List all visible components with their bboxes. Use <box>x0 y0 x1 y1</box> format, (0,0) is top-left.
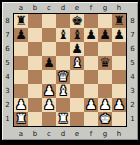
square-h7[interactable]: ♟ <box>112 28 126 42</box>
square-h6[interactable] <box>112 42 126 56</box>
piece-black-pawn[interactable]: ♟ <box>71 42 83 56</box>
square-f1[interactable] <box>84 112 98 126</box>
rank-label-3: 3 <box>130 87 134 95</box>
rank-label-4: 4 <box>130 73 134 81</box>
piece-black-queen[interactable]: ♛ <box>99 56 111 70</box>
file-label-h: h <box>112 130 126 138</box>
square-h5[interactable] <box>112 56 126 70</box>
square-c5[interactable]: ♟ <box>42 56 56 70</box>
square-e3[interactable] <box>70 84 84 98</box>
piece-white-bishop[interactable]: ♝ <box>71 56 83 70</box>
square-d3[interactable]: ♝ <box>56 84 70 98</box>
square-a3[interactable] <box>14 84 28 98</box>
square-b6[interactable] <box>28 42 42 56</box>
square-c8[interactable] <box>42 14 56 28</box>
file-labels-bottom: abcdefgh <box>14 127 126 140</box>
board-frame: abcdefgh 87654321 ♜♚♜♟♝♝♟♟♟♟♟♝♛♛♟♝♟♟♟♟♟♜… <box>2 2 138 140</box>
rank-label-1: 1 <box>5 115 9 123</box>
piece-black-pawn[interactable]: ♟ <box>43 56 55 70</box>
square-a7[interactable]: ♟ <box>14 28 28 42</box>
piece-white-king[interactable]: ♚ <box>99 112 111 126</box>
square-h3[interactable] <box>112 84 126 98</box>
rank-label-1: 1 <box>130 115 134 123</box>
rank-label-2: 2 <box>130 101 134 109</box>
square-g6[interactable] <box>98 42 112 56</box>
square-d5[interactable] <box>56 56 70 70</box>
file-label-h: h <box>112 4 126 12</box>
square-a5[interactable] <box>14 56 28 70</box>
piece-black-pawn[interactable]: ♟ <box>15 28 27 42</box>
file-label-e: e <box>70 130 84 138</box>
rank-label-4: 4 <box>5 73 9 81</box>
square-a8[interactable]: ♜ <box>14 14 28 28</box>
piece-white-rook[interactable]: ♜ <box>15 112 27 126</box>
file-label-f: f <box>84 4 98 12</box>
file-label-d: d <box>56 4 70 12</box>
square-h1[interactable] <box>112 112 126 126</box>
square-d7[interactable]: ♝ <box>56 28 70 42</box>
rank-label-8: 8 <box>5 17 9 25</box>
square-a6[interactable] <box>14 42 28 56</box>
square-c1[interactable] <box>42 112 56 126</box>
piece-black-king[interactable]: ♚ <box>71 14 83 28</box>
chess-board: ♜♚♜♟♝♝♟♟♟♟♟♝♛♛♟♝♟♟♟♟♟♜♜♚ <box>13 13 127 127</box>
square-b8[interactable] <box>28 14 42 28</box>
square-f8[interactable] <box>84 14 98 28</box>
piece-black-rook[interactable]: ♜ <box>113 14 125 28</box>
piece-black-pawn[interactable]: ♟ <box>113 28 125 42</box>
piece-black-rook[interactable]: ♜ <box>15 14 27 28</box>
piece-white-pawn[interactable]: ♟ <box>43 98 55 112</box>
piece-white-pawn[interactable]: ♟ <box>99 98 111 112</box>
square-b2[interactable] <box>28 98 42 112</box>
square-h2[interactable]: ♟ <box>112 98 126 112</box>
piece-white-pawn[interactable]: ♟ <box>113 98 125 112</box>
square-b4[interactable] <box>28 70 42 84</box>
piece-black-pawn[interactable]: ♟ <box>85 28 97 42</box>
square-e6[interactable]: ♟ <box>70 42 84 56</box>
file-label-c: c <box>42 4 56 12</box>
piece-white-bishop[interactable]: ♝ <box>57 84 69 98</box>
file-label-d: d <box>56 130 70 138</box>
square-c6[interactable] <box>42 42 56 56</box>
square-c3[interactable]: ♟ <box>42 84 56 98</box>
piece-black-pawn[interactable]: ♟ <box>99 28 111 42</box>
square-g2[interactable]: ♟ <box>98 98 112 112</box>
square-h4[interactable] <box>112 70 126 84</box>
square-g8[interactable] <box>98 14 112 28</box>
square-d4[interactable]: ♛ <box>56 70 70 84</box>
square-b3[interactable] <box>28 84 42 98</box>
square-g7[interactable]: ♟ <box>98 28 112 42</box>
rank-label-3: 3 <box>5 87 9 95</box>
piece-black-bishop[interactable]: ♝ <box>71 28 83 42</box>
square-b7[interactable] <box>28 28 42 42</box>
square-f6[interactable] <box>84 42 98 56</box>
square-e2[interactable] <box>70 98 84 112</box>
rank-label-5: 5 <box>130 59 134 67</box>
square-f3[interactable] <box>84 84 98 98</box>
square-e1[interactable] <box>70 112 84 126</box>
square-g3[interactable] <box>98 84 112 98</box>
file-label-g: g <box>98 4 112 12</box>
square-d2[interactable] <box>56 98 70 112</box>
piece-white-pawn[interactable]: ♟ <box>43 84 55 98</box>
square-b5[interactable] <box>28 56 42 70</box>
piece-white-queen[interactable]: ♛ <box>57 70 69 84</box>
rank-label-5: 5 <box>5 59 9 67</box>
rank-label-6: 6 <box>5 45 9 53</box>
rank-labels-right: 87654321 <box>127 14 138 126</box>
square-f7[interactable]: ♟ <box>84 28 98 42</box>
piece-white-pawn[interactable]: ♟ <box>15 98 27 112</box>
rank-label-8: 8 <box>130 17 134 25</box>
chess-board-diagram: abcdefgh 87654321 ♜♚♜♟♝♝♟♟♟♟♟♝♛♛♟♝♟♟♟♟♟♜… <box>0 0 140 145</box>
square-d8[interactable] <box>56 14 70 28</box>
file-label-a: a <box>14 130 28 138</box>
square-g4[interactable] <box>98 70 112 84</box>
rank-label-7: 7 <box>130 31 134 39</box>
square-c4[interactable] <box>42 70 56 84</box>
file-label-f: f <box>84 130 98 138</box>
square-a1[interactable]: ♜ <box>14 112 28 126</box>
file-label-b: b <box>28 130 42 138</box>
rank-label-6: 6 <box>130 45 134 53</box>
piece-white-pawn[interactable]: ♟ <box>85 98 97 112</box>
square-a2[interactable]: ♟ <box>14 98 28 112</box>
file-labels-top: abcdefgh <box>14 2 126 13</box>
rank-label-7: 7 <box>5 31 9 39</box>
square-f5[interactable] <box>84 56 98 70</box>
file-label-g: g <box>98 130 112 138</box>
square-b1[interactable] <box>28 112 42 126</box>
square-g5[interactable]: ♛ <box>98 56 112 70</box>
file-label-a: a <box>14 4 28 12</box>
file-label-b: b <box>28 4 42 12</box>
square-h8[interactable]: ♜ <box>112 14 126 28</box>
square-e5[interactable]: ♝ <box>70 56 84 70</box>
piece-white-rook[interactable]: ♜ <box>57 112 69 126</box>
square-g1[interactable]: ♚ <box>98 112 112 126</box>
file-label-c: c <box>42 130 56 138</box>
square-f4[interactable] <box>84 70 98 84</box>
square-e7[interactable]: ♝ <box>70 28 84 42</box>
square-c7[interactable] <box>42 28 56 42</box>
rank-labels-left: 87654321 <box>2 14 13 126</box>
board-middle: 87654321 ♜♚♜♟♝♝♟♟♟♟♟♝♛♛♟♝♟♟♟♟♟♜♜♚ 876543… <box>2 13 138 127</box>
file-label-e: e <box>70 4 84 12</box>
rank-label-2: 2 <box>5 101 9 109</box>
square-c2[interactable]: ♟ <box>42 98 56 112</box>
square-d6[interactable] <box>56 42 70 56</box>
piece-black-bishop[interactable]: ♝ <box>57 28 69 42</box>
square-f2[interactable]: ♟ <box>84 98 98 112</box>
square-e8[interactable]: ♚ <box>70 14 84 28</box>
square-a4[interactable] <box>14 70 28 84</box>
square-d1[interactable]: ♜ <box>56 112 70 126</box>
square-e4[interactable] <box>70 70 84 84</box>
